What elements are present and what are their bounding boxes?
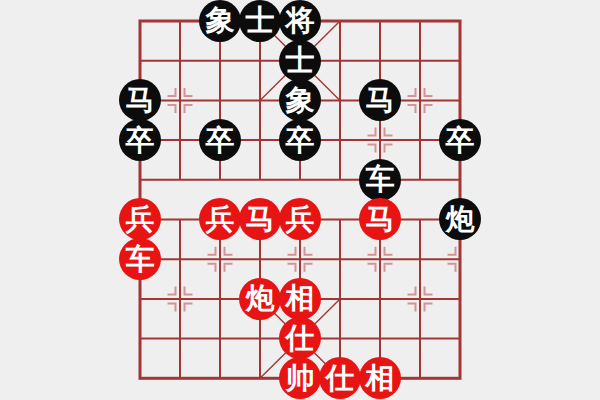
red-soldier[interactable]: 兵: [119, 198, 161, 240]
red-horse[interactable]: 马: [359, 198, 401, 240]
black-chariot[interactable]: 车: [359, 159, 401, 201]
black-soldier[interactable]: 卒: [119, 119, 161, 161]
black-soldier[interactable]: 卒: [279, 119, 321, 161]
black-elephant[interactable]: 象: [279, 79, 321, 121]
red-advisor[interactable]: 仕: [279, 317, 321, 359]
black-cannon[interactable]: 炮: [439, 198, 481, 240]
xiangqi-app-window: 象士将士马象马卒卒卒卒车兵兵马兵马炮车炮相仕帅仕相: [0, 0, 600, 400]
red-advisor[interactable]: 仕: [319, 357, 361, 399]
xiangqi-board[interactable]: 象士将士马象马卒卒卒卒车兵兵马兵马炮车炮相仕帅仕相: [120, 1, 480, 398]
black-advisor[interactable]: 士: [279, 40, 321, 82]
red-chariot[interactable]: 车: [119, 238, 161, 280]
red-general[interactable]: 帅: [279, 357, 321, 399]
red-elephant[interactable]: 相: [359, 357, 401, 399]
black-elephant[interactable]: 象: [199, 0, 241, 42]
red-elephant[interactable]: 相: [279, 278, 321, 320]
black-horse[interactable]: 马: [359, 79, 401, 121]
red-soldier[interactable]: 兵: [279, 198, 321, 240]
red-soldier[interactable]: 兵: [199, 198, 241, 240]
black-soldier[interactable]: 卒: [439, 119, 481, 161]
black-soldier[interactable]: 卒: [199, 119, 241, 161]
red-cannon[interactable]: 炮: [239, 278, 281, 320]
black-advisor[interactable]: 士: [239, 0, 281, 42]
red-horse[interactable]: 马: [239, 198, 281, 240]
black-general[interactable]: 将: [279, 0, 321, 42]
black-horse[interactable]: 马: [119, 79, 161, 121]
